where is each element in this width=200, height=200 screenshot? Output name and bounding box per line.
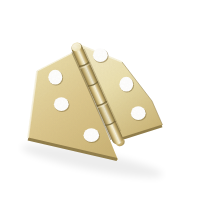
- hinge: [28, 41, 163, 160]
- product-photo: [0, 0, 200, 200]
- hinge-image: [0, 0, 200, 200]
